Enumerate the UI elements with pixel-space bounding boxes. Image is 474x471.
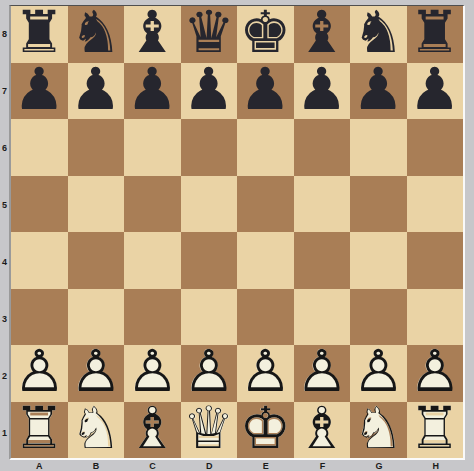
square-d5[interactable] (181, 176, 238, 233)
white-rook-outline: ♖ (409, 399, 461, 457)
square-f4[interactable] (294, 232, 351, 289)
white-bishop-outline: ♗ (296, 399, 348, 457)
square-a4[interactable] (11, 232, 68, 289)
square-f7[interactable]: ♟ (294, 63, 351, 120)
square-b1[interactable]: ♞♘ (68, 402, 125, 459)
square-a7[interactable]: ♟ (11, 63, 68, 120)
square-b6[interactable] (68, 119, 125, 176)
black-pawn-glyph: ♟ (13, 60, 65, 118)
square-d7[interactable]: ♟ (181, 63, 238, 120)
black-queen-glyph: ♛ (183, 4, 235, 62)
square-e4[interactable] (237, 232, 294, 289)
white-rook[interactable]: ♜♖ (11, 402, 68, 459)
black-pawn[interactable]: ♟ (124, 63, 181, 120)
white-pawn-outline: ♙ (13, 343, 65, 401)
white-bishop-outline: ♗ (126, 399, 178, 457)
white-knight[interactable]: ♞♘ (350, 402, 407, 459)
black-bishop-glyph: ♝ (296, 4, 348, 62)
white-pawn-outline: ♙ (183, 343, 235, 401)
white-knight[interactable]: ♞♘ (68, 402, 125, 459)
square-h6[interactable] (407, 119, 464, 176)
file-label: H (407, 460, 464, 471)
black-pawn-glyph: ♟ (70, 60, 122, 118)
square-c4[interactable] (124, 232, 181, 289)
rank-label: 4 (0, 234, 9, 291)
white-bishop[interactable]: ♝♗ (294, 402, 351, 459)
square-a1[interactable]: ♜♖ (11, 402, 68, 459)
rank-label: 2 (0, 347, 9, 404)
square-e6[interactable] (237, 119, 294, 176)
square-c1[interactable]: ♝♗ (124, 402, 181, 459)
file-label: E (238, 460, 295, 471)
file-label: D (181, 460, 238, 471)
chess-app: 87654321 ♜♞♝♛♚♝♞♜♟♟♟♟♟♟♟♟♟♙♟♙♟♙♟♙♟♙♟♙♟♙♟… (0, 0, 474, 471)
black-pawn-glyph: ♟ (409, 60, 461, 118)
square-b5[interactable] (68, 176, 125, 233)
black-bishop-glyph: ♝ (126, 4, 178, 62)
square-c7[interactable]: ♟ (124, 63, 181, 120)
black-pawn[interactable]: ♟ (294, 63, 351, 120)
white-pawn-outline: ♙ (352, 343, 404, 401)
square-h1[interactable]: ♜♖ (407, 402, 464, 459)
square-b7[interactable]: ♟ (68, 63, 125, 120)
black-pawn[interactable]: ♟ (68, 63, 125, 120)
square-g4[interactable] (350, 232, 407, 289)
black-king-glyph: ♚ (239, 4, 291, 62)
black-pawn-glyph: ♟ (296, 60, 348, 118)
square-a5[interactable] (11, 176, 68, 233)
white-pawn-outline: ♙ (70, 343, 122, 401)
rank-label: 8 (0, 6, 9, 63)
black-rook-glyph: ♜ (13, 4, 65, 62)
white-pawn-outline: ♙ (296, 343, 348, 401)
rank-labels: 87654321 (0, 6, 9, 461)
square-h5[interactable] (407, 176, 464, 233)
white-pawn-outline: ♙ (409, 343, 461, 401)
white-knight-outline: ♘ (352, 399, 404, 457)
file-label: A (11, 460, 68, 471)
square-d4[interactable] (181, 232, 238, 289)
file-label: C (124, 460, 181, 471)
square-c5[interactable] (124, 176, 181, 233)
black-pawn[interactable]: ♟ (350, 63, 407, 120)
black-rook-glyph: ♜ (409, 4, 461, 62)
white-queen[interactable]: ♛♕ (181, 402, 238, 459)
chess-board: ♜♞♝♛♚♝♞♜♟♟♟♟♟♟♟♟♟♙♟♙♟♙♟♙♟♙♟♙♟♙♟♙♜♖♞♘♝♗♛♕… (9, 5, 465, 460)
square-d1[interactable]: ♛♕ (181, 402, 238, 459)
square-g5[interactable] (350, 176, 407, 233)
square-h7[interactable]: ♟ (407, 63, 464, 120)
rank-label: 6 (0, 120, 9, 177)
black-knight-glyph: ♞ (70, 4, 122, 62)
file-label: B (68, 460, 125, 471)
black-knight-glyph: ♞ (352, 4, 404, 62)
square-g1[interactable]: ♞♘ (350, 402, 407, 459)
black-pawn[interactable]: ♟ (11, 63, 68, 120)
square-f5[interactable] (294, 176, 351, 233)
square-e5[interactable] (237, 176, 294, 233)
file-label: F (294, 460, 351, 471)
white-pawn-outline: ♙ (126, 343, 178, 401)
white-king-outline: ♔ (239, 399, 291, 457)
white-king[interactable]: ♚♔ (237, 402, 294, 459)
white-rook[interactable]: ♜♖ (407, 402, 464, 459)
rank-label: 3 (0, 290, 9, 347)
black-pawn[interactable]: ♟ (407, 63, 464, 120)
square-c6[interactable] (124, 119, 181, 176)
square-e1[interactable]: ♚♔ (237, 402, 294, 459)
white-queen-outline: ♕ (183, 399, 235, 457)
rank-label: 1 (0, 404, 9, 461)
black-pawn-glyph: ♟ (352, 60, 404, 118)
white-rook-outline: ♖ (13, 399, 65, 457)
square-f6[interactable] (294, 119, 351, 176)
square-h4[interactable] (407, 232, 464, 289)
white-pawn-outline: ♙ (239, 343, 291, 401)
square-d6[interactable] (181, 119, 238, 176)
black-pawn[interactable]: ♟ (181, 63, 238, 120)
square-b4[interactable] (68, 232, 125, 289)
black-pawn-glyph: ♟ (239, 60, 291, 118)
square-a6[interactable] (11, 119, 68, 176)
black-pawn-glyph: ♟ (183, 60, 235, 118)
square-e7[interactable]: ♟ (237, 63, 294, 120)
white-bishop[interactable]: ♝♗ (124, 402, 181, 459)
black-pawn[interactable]: ♟ (237, 63, 294, 120)
square-g7[interactable]: ♟ (350, 63, 407, 120)
file-labels: ABCDEFGH (11, 460, 464, 471)
rank-label: 5 (0, 177, 9, 234)
rank-label: 7 (0, 63, 9, 120)
black-pawn-glyph: ♟ (126, 60, 178, 118)
square-g6[interactable] (350, 119, 407, 176)
square-f1[interactable]: ♝♗ (294, 402, 351, 459)
file-label: G (351, 460, 408, 471)
white-knight-outline: ♘ (70, 399, 122, 457)
